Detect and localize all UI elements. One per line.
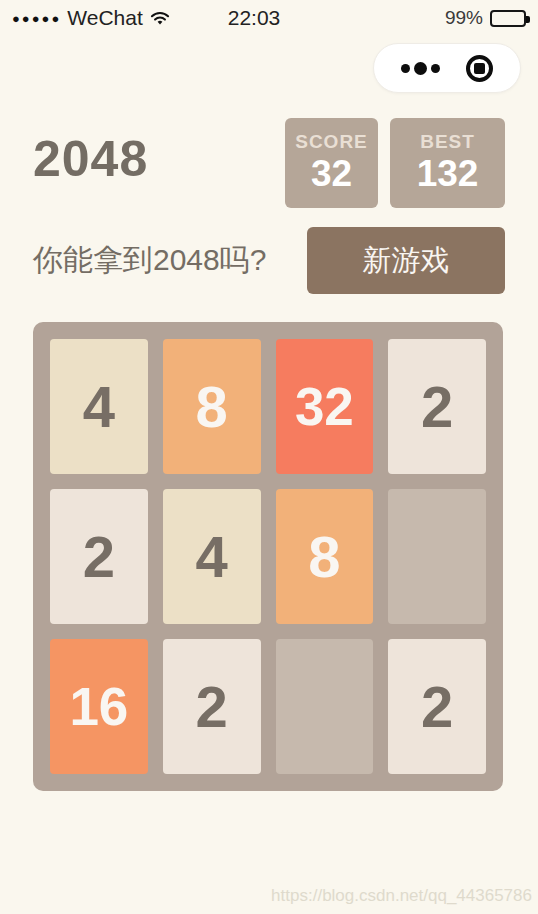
tile-16: 16 bbox=[50, 639, 148, 774]
status-right: 99% bbox=[445, 7, 526, 29]
tile-2: 2 bbox=[163, 639, 261, 774]
battery-percent: 99% bbox=[445, 7, 483, 29]
best-value: 132 bbox=[417, 153, 479, 196]
status-bar: ●●●●● WeChat 22:03 99% bbox=[0, 0, 538, 36]
battery-icon bbox=[490, 10, 526, 27]
exit-circle-button[interactable] bbox=[466, 55, 493, 82]
wifi-icon bbox=[149, 10, 171, 27]
best-box: BEST 132 bbox=[390, 118, 505, 208]
score-box: SCORE 32 bbox=[285, 118, 378, 208]
status-left: ●●●●● WeChat bbox=[12, 6, 171, 30]
page-title: 2048 bbox=[33, 130, 148, 188]
tile-2: 2 bbox=[50, 489, 148, 624]
tile-2: 2 bbox=[388, 339, 486, 474]
miniprogram-capsule bbox=[373, 43, 521, 93]
best-label: BEST bbox=[420, 132, 475, 153]
tile-8: 8 bbox=[163, 339, 261, 474]
watermark-url: https://blog.csdn.net/qq_44365786 bbox=[271, 886, 532, 906]
tile-32: 32 bbox=[276, 339, 374, 474]
tagline: 你能拿到2048吗? bbox=[33, 240, 266, 281]
carrier-label: WeChat bbox=[67, 6, 142, 30]
tile-4: 4 bbox=[50, 339, 148, 474]
empty-cell bbox=[276, 639, 374, 774]
tile-2: 2 bbox=[388, 639, 486, 774]
tile-8: 8 bbox=[276, 489, 374, 624]
new-game-button[interactable]: 新游戏 bbox=[307, 227, 505, 294]
signal-strength-icon: ●●●●● bbox=[12, 12, 61, 25]
empty-cell bbox=[388, 489, 486, 624]
more-menu-button[interactable] bbox=[401, 62, 440, 75]
score-value: 32 bbox=[311, 153, 352, 196]
board-grid[interactable]: 483222481622 bbox=[33, 322, 503, 791]
tile-4: 4 bbox=[163, 489, 261, 624]
score-label: SCORE bbox=[295, 132, 368, 153]
